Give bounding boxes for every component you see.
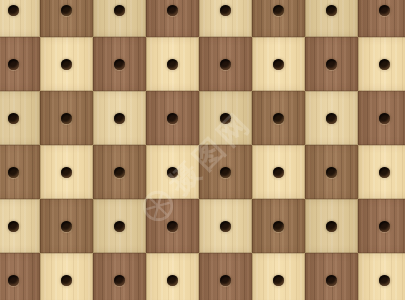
peg-hole bbox=[326, 167, 337, 178]
peg-hole bbox=[379, 221, 390, 232]
board-square[interactable] bbox=[146, 145, 199, 199]
peg-hole bbox=[379, 113, 390, 124]
peg-hole bbox=[61, 221, 72, 232]
peg-hole bbox=[61, 5, 72, 16]
peg-hole bbox=[114, 5, 125, 16]
board-square[interactable] bbox=[358, 253, 405, 300]
peg-hole bbox=[379, 5, 390, 16]
board-square[interactable] bbox=[93, 37, 146, 91]
peg-hole bbox=[114, 221, 125, 232]
peg-hole bbox=[8, 113, 19, 124]
board-square[interactable] bbox=[252, 91, 305, 145]
peg-hole bbox=[167, 59, 178, 70]
board-square[interactable] bbox=[0, 145, 40, 199]
peg-hole bbox=[379, 167, 390, 178]
board-square[interactable] bbox=[305, 145, 358, 199]
peg-hole bbox=[273, 113, 284, 124]
board-square[interactable] bbox=[93, 0, 146, 37]
board-square[interactable] bbox=[252, 199, 305, 253]
peg-hole bbox=[167, 167, 178, 178]
board-square[interactable] bbox=[358, 91, 405, 145]
board-square[interactable] bbox=[40, 253, 93, 300]
board-square[interactable] bbox=[0, 253, 40, 300]
board-square[interactable] bbox=[358, 145, 405, 199]
peg-hole bbox=[8, 275, 19, 286]
peg-hole bbox=[8, 167, 19, 178]
peg-hole bbox=[273, 221, 284, 232]
board-square[interactable] bbox=[146, 91, 199, 145]
peg-hole bbox=[114, 59, 125, 70]
peg-hole bbox=[220, 113, 231, 124]
board-square[interactable] bbox=[305, 253, 358, 300]
checkerboard bbox=[0, 0, 405, 300]
board-square[interactable] bbox=[146, 0, 199, 37]
board-square[interactable] bbox=[199, 91, 252, 145]
peg-hole bbox=[220, 59, 231, 70]
peg-hole bbox=[326, 275, 337, 286]
peg-hole bbox=[61, 167, 72, 178]
board-photo: 摄图网 bbox=[0, 0, 405, 300]
board-square[interactable] bbox=[199, 37, 252, 91]
board-square[interactable] bbox=[358, 37, 405, 91]
peg-hole bbox=[273, 167, 284, 178]
board-square[interactable] bbox=[252, 0, 305, 37]
peg-hole bbox=[326, 5, 337, 16]
board-square[interactable] bbox=[305, 91, 358, 145]
peg-hole bbox=[273, 59, 284, 70]
board-square[interactable] bbox=[252, 253, 305, 300]
peg-hole bbox=[326, 59, 337, 70]
peg-hole bbox=[61, 275, 72, 286]
board-square[interactable] bbox=[146, 253, 199, 300]
peg-hole bbox=[61, 113, 72, 124]
peg-hole bbox=[8, 59, 19, 70]
board-square[interactable] bbox=[0, 0, 40, 37]
board-square[interactable] bbox=[358, 199, 405, 253]
peg-hole bbox=[273, 275, 284, 286]
peg-hole bbox=[220, 221, 231, 232]
board-square[interactable] bbox=[40, 37, 93, 91]
peg-hole bbox=[114, 275, 125, 286]
peg-hole bbox=[167, 275, 178, 286]
board-square[interactable] bbox=[199, 199, 252, 253]
peg-hole bbox=[114, 167, 125, 178]
board-square[interactable] bbox=[199, 0, 252, 37]
board-square[interactable] bbox=[40, 0, 93, 37]
board-square[interactable] bbox=[93, 253, 146, 300]
peg-hole bbox=[273, 5, 284, 16]
board-square[interactable] bbox=[199, 253, 252, 300]
board-square[interactable] bbox=[305, 199, 358, 253]
peg-hole bbox=[61, 59, 72, 70]
board-square[interactable] bbox=[0, 91, 40, 145]
board-square[interactable] bbox=[146, 37, 199, 91]
peg-hole bbox=[379, 59, 390, 70]
board-square[interactable] bbox=[40, 91, 93, 145]
peg-hole bbox=[8, 5, 19, 16]
board-square[interactable] bbox=[0, 37, 40, 91]
peg-hole bbox=[114, 113, 125, 124]
peg-hole bbox=[167, 221, 178, 232]
board-square[interactable] bbox=[146, 199, 199, 253]
board-square[interactable] bbox=[93, 199, 146, 253]
board-square[interactable] bbox=[93, 91, 146, 145]
peg-hole bbox=[167, 113, 178, 124]
board-square[interactable] bbox=[93, 145, 146, 199]
board-square[interactable] bbox=[358, 0, 405, 37]
peg-hole bbox=[167, 5, 178, 16]
peg-hole bbox=[326, 113, 337, 124]
peg-hole bbox=[220, 275, 231, 286]
peg-hole bbox=[379, 275, 390, 286]
peg-hole bbox=[220, 5, 231, 16]
peg-hole bbox=[220, 167, 231, 178]
board-square[interactable] bbox=[305, 37, 358, 91]
board-square[interactable] bbox=[305, 0, 358, 37]
board-square[interactable] bbox=[40, 199, 93, 253]
board-square[interactable] bbox=[252, 37, 305, 91]
board-square[interactable] bbox=[199, 145, 252, 199]
board-square[interactable] bbox=[252, 145, 305, 199]
board-square[interactable] bbox=[0, 199, 40, 253]
peg-hole bbox=[8, 221, 19, 232]
board-square[interactable] bbox=[40, 145, 93, 199]
peg-hole bbox=[326, 221, 337, 232]
